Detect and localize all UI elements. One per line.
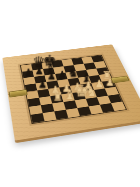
square[interactable]: ♟ — [33, 69, 45, 77]
square[interactable] — [37, 89, 50, 98]
chess-piece-black-knight[interactable]: ♞ — [68, 67, 79, 79]
chess-piece-black-pawn[interactable]: ♟ — [37, 80, 48, 90]
square[interactable] — [75, 99, 89, 108]
playing-area: ♛♚♟♟♝♟♟♞♟♝♜♟♟♟♟♟♟♜♝♚♞ — [20, 55, 127, 124]
chess-board: ♛♚♟♟♝♟♟♞♟♝♜♟♟♟♟♟♟♜♝♚♞ — [2, 44, 140, 140]
chess-piece-black-pawn[interactable]: ♟ — [23, 68, 34, 78]
square[interactable] — [23, 77, 35, 85]
chess-piece-black-pawn[interactable]: ♟ — [57, 70, 68, 80]
square[interactable] — [77, 106, 91, 116]
chess-piece-white-pawn[interactable]: ♟ — [105, 78, 116, 88]
photo-canvas: ♛♚♟♟♝♟♟♞♟♝♜♟♟♟♟♟♟♜♝♚♞ — [0, 0, 140, 187]
brass-clasp-left-icon — [9, 89, 28, 97]
chess-piece-white-bishop[interactable]: ♝ — [63, 88, 74, 102]
square[interactable] — [41, 104, 55, 113]
square[interactable]: ♜ — [50, 95, 63, 104]
square[interactable] — [111, 102, 126, 111]
chess-piece-white-king[interactable]: ♚ — [75, 83, 86, 100]
board-frame: ♛♚♟♟♝♟♟♞♟♝♜♟♟♟♟♟♟♜♝♚♞ — [2, 44, 140, 140]
square[interactable]: ♟ — [22, 70, 34, 78]
chess-piece-white-rook[interactable]: ♜ — [52, 91, 64, 103]
square[interactable]: ♟ — [36, 82, 49, 90]
chess-piece-black-pawn[interactable]: ♟ — [34, 66, 45, 76]
